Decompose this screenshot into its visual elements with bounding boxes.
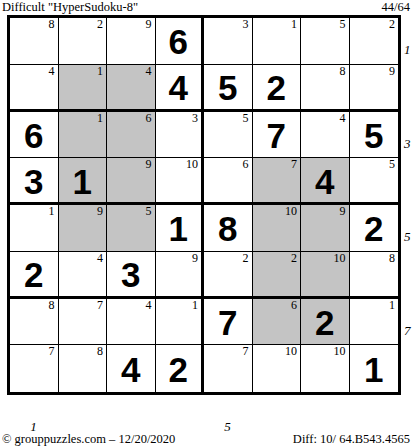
order-hint: 5: [146, 205, 152, 218]
order-hint: 4: [146, 65, 152, 78]
given-digit: 2: [267, 68, 286, 105]
cell-r6c3[interactable]: 3: [107, 252, 156, 299]
order-hint: 10: [186, 158, 198, 171]
cell-r5c6[interactable]: 10: [253, 205, 302, 252]
given-digit: 3: [121, 255, 140, 292]
cell-r5c4[interactable]: 1: [156, 205, 205, 252]
order-hint: 9: [192, 252, 198, 265]
cell-r4c5[interactable]: 6: [204, 158, 253, 205]
order-hint: 8: [389, 252, 395, 265]
page-footer: © grouppuzzles.com – 12/20/2020 Diff: 10…: [2, 433, 410, 447]
cell-r3c5[interactable]: 5: [204, 112, 253, 159]
order-hint: 2: [243, 252, 249, 265]
order-hint: 4: [97, 252, 103, 265]
cell-r8c1[interactable]: 7: [10, 345, 59, 392]
cell-r5c8[interactable]: 2: [350, 205, 399, 252]
order-hint: 4: [146, 299, 152, 312]
cell-r2c4[interactable]: 4: [156, 65, 205, 112]
cell-r3c3[interactable]: 6: [107, 112, 156, 159]
cell-r7c2[interactable]: 7: [59, 299, 108, 346]
cell-r3c1[interactable]: 6: [10, 112, 59, 159]
cell-r8c6[interactable]: 10: [253, 345, 302, 392]
order-hint: 2: [291, 252, 297, 265]
cell-r2c1[interactable]: 4: [10, 65, 59, 112]
cell-r3c7[interactable]: 4: [301, 112, 350, 159]
given-digit: 1: [169, 209, 188, 246]
given-digit: 1: [73, 162, 92, 199]
cell-r4c4[interactable]: 10: [156, 158, 205, 205]
given-digit: 2: [315, 303, 334, 340]
page-header: Difficult "HyperSudoku-8" 44/64: [2, 0, 410, 15]
cell-r5c5[interactable]: 8: [204, 205, 253, 252]
order-hint: 3: [243, 18, 249, 31]
order-hint: 7: [243, 345, 249, 358]
order-hint: 1: [97, 112, 103, 125]
order-hint: 9: [146, 18, 152, 31]
cell-r8c5[interactable]: 7: [204, 345, 253, 392]
cell-r7c7[interactable]: 2: [301, 299, 350, 346]
given-digit: 6: [169, 22, 188, 59]
row-label-1: 1: [404, 43, 411, 56]
cell-r8c4[interactable]: 2: [156, 345, 205, 392]
cell-r6c1[interactable]: 2: [10, 252, 59, 299]
given-digit: 3: [24, 162, 43, 199]
cell-r6c6[interactable]: 2: [253, 252, 302, 299]
order-hint: 1: [97, 65, 103, 78]
cell-r1c3[interactable]: 9: [107, 18, 156, 65]
given-digit: 8: [218, 209, 237, 246]
order-hint: 4: [340, 112, 346, 125]
copyright-text: © grouppuzzles.com – 12/20/2020: [2, 433, 175, 446]
col-label-5: 5: [224, 420, 231, 433]
cell-r8c8[interactable]: 1: [350, 345, 399, 392]
order-hint: 8: [97, 345, 103, 358]
order-hint: 4: [49, 65, 55, 78]
order-hint: 9: [97, 205, 103, 218]
given-digit: 6: [24, 116, 43, 153]
order-hint: 7: [97, 299, 103, 312]
cell-r2c8[interactable]: 9: [350, 65, 399, 112]
row-label-3: 3: [404, 137, 411, 150]
cell-r2c3[interactable]: 4: [107, 65, 156, 112]
given-digit: 2: [364, 209, 383, 246]
order-hint: 7: [291, 158, 297, 171]
cell-r6c7[interactable]: 10: [301, 252, 350, 299]
difficulty-text: Diff: 10/ 64.B543.4565: [293, 433, 410, 446]
given-digit: 5: [218, 68, 237, 105]
cell-r3c4[interactable]: 3: [156, 112, 205, 159]
cell-r2c2[interactable]: 1: [59, 65, 108, 112]
given-digit: 4: [121, 350, 140, 387]
cell-r4c8[interactable]: 5: [350, 158, 399, 205]
cell-r1c7[interactable]: 5: [301, 18, 350, 65]
cell-r8c7[interactable]: 10: [301, 345, 350, 392]
order-hint: 8: [340, 65, 346, 78]
cell-r4c7[interactable]: 4: [301, 158, 350, 205]
cell-r1c4[interactable]: 6: [156, 18, 205, 65]
order-hint: 1: [291, 18, 297, 31]
cell-r1c8[interactable]: 2: [350, 18, 399, 65]
cell-r2c7[interactable]: 8: [301, 65, 350, 112]
order-hint: 8: [49, 18, 55, 31]
order-hint: 6: [146, 112, 152, 125]
cell-r1c1[interactable]: 8: [10, 18, 59, 65]
cell-r7c6[interactable]: 6: [253, 299, 302, 346]
cell-r3c8[interactable]: 5: [350, 112, 399, 159]
order-hint: 9: [389, 65, 395, 78]
cell-r6c2[interactable]: 4: [59, 252, 108, 299]
order-hint: 5: [243, 112, 249, 125]
cell-r7c4[interactable]: 1: [156, 299, 205, 346]
order-hint: 3: [192, 112, 198, 125]
order-hint: 9: [340, 205, 346, 218]
cell-r7c3[interactable]: 4: [107, 299, 156, 346]
given-digit: 7: [218, 303, 237, 340]
row-label-7: 7: [404, 324, 411, 337]
cell-r1c6[interactable]: 1: [253, 18, 302, 65]
cell-r2c5[interactable]: 5: [204, 65, 253, 112]
puzzle-title: Difficult "HyperSudoku-8": [2, 0, 138, 14]
cell-r7c5[interactable]: 7: [204, 299, 253, 346]
given-digit: 4: [315, 162, 334, 199]
cell-r7c8[interactable]: 1: [350, 299, 399, 346]
given-digit: 7: [267, 116, 286, 153]
cell-r6c5[interactable]: 2: [204, 252, 253, 299]
cell-r5c2[interactable]: 9: [59, 205, 108, 252]
order-hint: 10: [334, 252, 346, 265]
order-hint: 2: [97, 18, 103, 31]
cell-r1c2[interactable]: 2: [59, 18, 108, 65]
order-hint: 6: [243, 158, 249, 171]
cell-r5c7[interactable]: 9: [301, 205, 350, 252]
cell-r4c1[interactable]: 3: [10, 158, 59, 205]
order-hint: 7: [49, 345, 55, 358]
order-hint: 6: [291, 299, 297, 312]
cell-r5c1[interactable]: 1: [10, 205, 59, 252]
order-hint: 1: [49, 205, 55, 218]
order-hint: 5: [340, 18, 346, 31]
order-hint: 1: [389, 299, 395, 312]
given-digit: 4: [169, 68, 188, 105]
cell-r7c1[interactable]: 8: [10, 299, 59, 346]
cell-r8c2[interactable]: 8: [59, 345, 108, 392]
order-hint: 10: [285, 345, 297, 358]
order-hint: 10: [334, 345, 346, 358]
given-digit: 2: [24, 255, 43, 292]
cell-r3c2[interactable]: 1: [59, 112, 108, 159]
cell-r1c5[interactable]: 3: [204, 18, 253, 65]
row-label-5: 5: [404, 230, 411, 243]
order-hint: 1: [192, 299, 198, 312]
order-hint: 2: [389, 18, 395, 31]
cell-r8c3[interactable]: 4: [107, 345, 156, 392]
hypersudoku-board: 8296315241445289616357453191067451951810…: [7, 15, 401, 395]
cell-counter: 44/64: [382, 0, 410, 14]
order-hint: 8: [49, 299, 55, 312]
given-digit: 2: [169, 350, 188, 387]
order-hint: 5: [389, 158, 395, 171]
order-hint: 9: [146, 158, 152, 171]
cell-r5c3[interactable]: 5: [107, 205, 156, 252]
cell-r2c6[interactable]: 2: [253, 65, 302, 112]
order-hint: 10: [285, 205, 297, 218]
given-digit: 1: [364, 350, 383, 387]
cell-r4c2[interactable]: 1: [59, 158, 108, 205]
cell-r4c6[interactable]: 7: [253, 158, 302, 205]
cell-r4c3[interactable]: 9: [107, 158, 156, 205]
cell-r3c6[interactable]: 7: [253, 112, 302, 159]
given-digit: 5: [364, 116, 383, 153]
cell-r6c4[interactable]: 9: [156, 252, 205, 299]
puzzle-page: Difficult "HyperSudoku-8" 44/64 82963152…: [0, 0, 412, 447]
cell-r6c8[interactable]: 8: [350, 252, 399, 299]
